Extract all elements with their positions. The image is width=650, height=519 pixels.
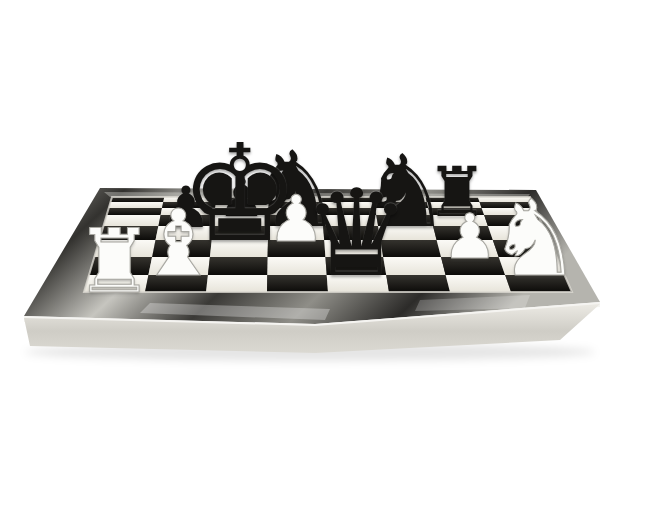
square-g6 — [428, 208, 484, 215]
square-g3 — [437, 240, 499, 257]
square-a6 — [107, 208, 162, 215]
square-a7 — [109, 202, 163, 208]
square-c6 — [215, 208, 269, 215]
square-h1 — [505, 275, 572, 292]
square-h5 — [484, 215, 543, 226]
square-d7 — [269, 202, 322, 208]
square-d3 — [268, 240, 326, 257]
square-a4 — [99, 226, 158, 240]
chess-photo-scene: ♟♜♟♞♞♚♟♟♛♝♞♜ — [0, 0, 650, 519]
square-c2 — [208, 257, 268, 275]
square-c5 — [213, 215, 268, 226]
square-f1 — [386, 275, 450, 292]
square-h3 — [493, 240, 557, 257]
square-f5 — [376, 215, 433, 226]
square-e7 — [321, 202, 375, 208]
square-h2 — [499, 257, 565, 275]
square-b7 — [162, 202, 216, 208]
square-b3 — [152, 240, 212, 257]
square-e3 — [324, 240, 383, 257]
square-e5 — [322, 215, 378, 226]
square-d1 — [267, 275, 328, 292]
square-f4 — [378, 226, 437, 240]
square-h6 — [482, 208, 538, 215]
square-e4 — [323, 226, 380, 240]
square-h7 — [480, 202, 535, 208]
square-f3 — [380, 240, 441, 257]
square-a2 — [89, 257, 152, 275]
chess-board — [0, 0, 650, 519]
square-e6 — [322, 208, 376, 215]
square-f6 — [375, 208, 430, 215]
square-d5 — [268, 215, 323, 226]
square-d4 — [268, 226, 324, 240]
square-c1 — [206, 275, 267, 292]
square-a1 — [84, 275, 148, 292]
square-b6 — [161, 208, 216, 215]
square-c4 — [212, 226, 269, 240]
square-b2 — [148, 257, 210, 275]
square-g1 — [446, 275, 511, 292]
square-g4 — [433, 226, 493, 240]
square-g5 — [430, 215, 488, 226]
square-b1 — [145, 275, 208, 292]
square-g7 — [427, 202, 482, 208]
square-e2 — [325, 257, 386, 275]
square-a3 — [94, 240, 155, 257]
square-c3 — [210, 240, 268, 257]
square-b5 — [158, 215, 214, 226]
square-b4 — [156, 226, 214, 240]
square-f2 — [383, 257, 445, 275]
square-a5 — [104, 215, 161, 226]
square-d2 — [267, 257, 326, 275]
square-e1 — [327, 275, 389, 292]
square-f7 — [374, 202, 428, 208]
square-d6 — [268, 208, 322, 215]
square-h4 — [488, 226, 549, 240]
square-g2 — [441, 257, 505, 275]
square-c7 — [215, 202, 268, 208]
